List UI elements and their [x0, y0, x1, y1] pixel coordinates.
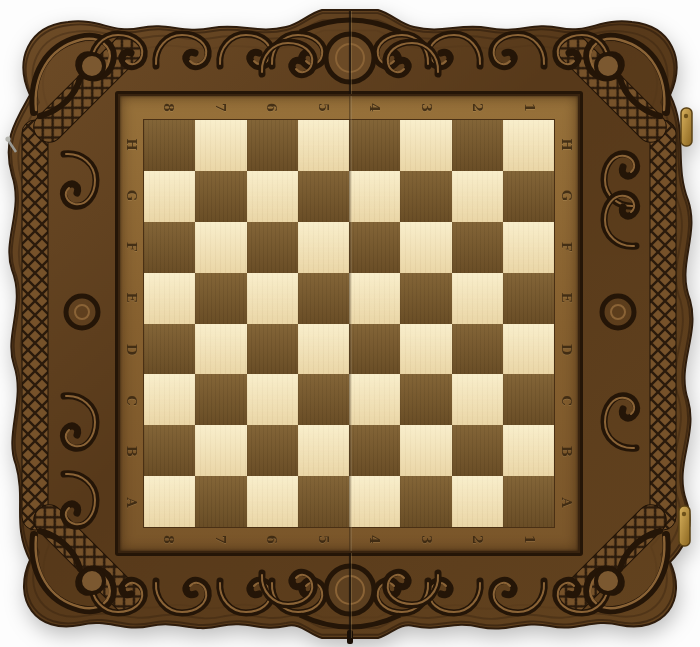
square-a7[interactable] [195, 476, 246, 527]
square-f2[interactable] [452, 222, 503, 273]
square-g6[interactable] [247, 171, 298, 222]
square-a3[interactable] [400, 476, 451, 527]
square-c6[interactable] [247, 374, 298, 425]
chess-board: 87654321 87654321 HGFEDCBA HGFEDCBA [118, 94, 580, 553]
square-e6[interactable] [247, 273, 298, 324]
square-e3[interactable] [400, 273, 451, 324]
coords-right: HGFEDCBA [555, 119, 578, 528]
square-e7[interactable] [195, 273, 246, 324]
square-c3[interactable] [400, 374, 451, 425]
square-b6[interactable] [247, 425, 298, 476]
square-d6[interactable] [247, 324, 298, 375]
brass-latch-upper [681, 108, 692, 146]
square-d3[interactable] [400, 324, 451, 375]
square-d8[interactable] [144, 324, 195, 375]
square-a4[interactable] [349, 476, 400, 527]
square-b3[interactable] [400, 425, 451, 476]
square-c1[interactable] [503, 374, 554, 425]
square-h6[interactable] [247, 120, 298, 171]
square-e2[interactable] [452, 273, 503, 324]
square-g7[interactable] [195, 171, 246, 222]
square-f5[interactable] [298, 222, 349, 273]
square-b1[interactable] [503, 425, 554, 476]
square-a1[interactable] [503, 476, 554, 527]
square-d2[interactable] [452, 324, 503, 375]
square-c2[interactable] [452, 374, 503, 425]
square-b4[interactable] [349, 425, 400, 476]
square-h8[interactable] [144, 120, 195, 171]
square-f8[interactable] [144, 222, 195, 273]
square-f6[interactable] [247, 222, 298, 273]
square-e8[interactable] [144, 273, 195, 324]
brass-latch-lower [679, 506, 690, 546]
square-g1[interactable] [503, 171, 554, 222]
square-a5[interactable] [298, 476, 349, 527]
square-d1[interactable] [503, 324, 554, 375]
square-d4[interactable] [349, 324, 400, 375]
square-f4[interactable] [349, 222, 400, 273]
square-g8[interactable] [144, 171, 195, 222]
square-h7[interactable] [195, 120, 246, 171]
square-g4[interactable] [349, 171, 400, 222]
square-h1[interactable] [503, 120, 554, 171]
square-c5[interactable] [298, 374, 349, 425]
square-d7[interactable] [195, 324, 246, 375]
square-f1[interactable] [503, 222, 554, 273]
square-c4[interactable] [349, 374, 400, 425]
square-a8[interactable] [144, 476, 195, 527]
square-h5[interactable] [298, 120, 349, 171]
square-h2[interactable] [452, 120, 503, 171]
square-b7[interactable] [195, 425, 246, 476]
square-a2[interactable] [452, 476, 503, 527]
square-g2[interactable] [452, 171, 503, 222]
square-h4[interactable] [349, 120, 400, 171]
square-c7[interactable] [195, 374, 246, 425]
square-e4[interactable] [349, 273, 400, 324]
square-f3[interactable] [400, 222, 451, 273]
square-c8[interactable] [144, 374, 195, 425]
coords-left: HGFEDCBA [120, 119, 143, 528]
square-g5[interactable] [298, 171, 349, 222]
square-f7[interactable] [195, 222, 246, 273]
square-b5[interactable] [298, 425, 349, 476]
square-b2[interactable] [452, 425, 503, 476]
square-e5[interactable] [298, 273, 349, 324]
square-g3[interactable] [400, 171, 451, 222]
square-a6[interactable] [247, 476, 298, 527]
square-h3[interactable] [400, 120, 451, 171]
square-b8[interactable] [144, 425, 195, 476]
square-e1[interactable] [503, 273, 554, 324]
square-d5[interactable] [298, 324, 349, 375]
board-fold-seam [349, 96, 352, 551]
photo-of-carved-chess-board: 87654321 87654321 HGFEDCBA HGFEDCBA [0, 0, 700, 647]
